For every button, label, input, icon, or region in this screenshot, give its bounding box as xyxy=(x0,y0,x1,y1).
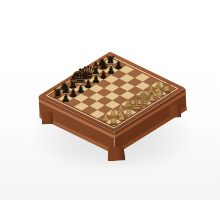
chess-box: ♜♟♟♜♞♟♟♞♝♟♟♝♛♟♟♛♚♟♟♚♝♟♟♝♞♟♟♞♜♟♟♜ xyxy=(0,0,220,200)
square: ♜ xyxy=(106,118,122,127)
box-foot-left xyxy=(41,111,54,125)
chess-set-photo: ♜♟♟♜♞♟♟♞♝♟♟♝♛♟♟♛♚♟♟♚♝♟♟♝♞♟♟♞♜♟♟♜ xyxy=(0,0,220,200)
box-foot-near xyxy=(107,146,126,161)
box-foot-right xyxy=(169,104,182,118)
piece-glyph: ♜ xyxy=(104,114,124,127)
